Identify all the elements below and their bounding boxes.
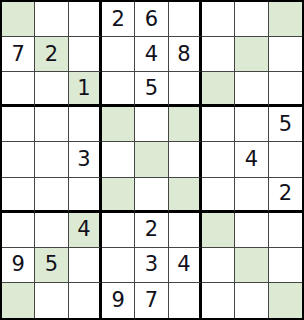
cell-r3c2[interactable] (35, 72, 68, 107)
cell-r9c8[interactable] (235, 283, 268, 318)
cell-r3c4[interactable] (102, 72, 135, 107)
cell-r7c6[interactable] (169, 213, 202, 248)
cell-r5c4[interactable] (102, 142, 135, 177)
cell-r6c8[interactable] (235, 178, 268, 213)
cell-r3c9[interactable] (269, 72, 302, 107)
cell-r5c6[interactable] (169, 142, 202, 177)
cell-r1c3[interactable] (69, 2, 102, 37)
cell-r9c3[interactable] (69, 283, 102, 318)
cell-r2c7[interactable] (202, 37, 235, 72)
cell-r8c5[interactable]: 3 (135, 248, 168, 283)
cell-r7c8[interactable] (235, 213, 268, 248)
cell-r5c2[interactable] (35, 142, 68, 177)
cell-r6c5[interactable] (135, 178, 168, 213)
cell-r3c6[interactable] (169, 72, 202, 107)
cell-r7c7[interactable] (202, 213, 235, 248)
cell-r1c4[interactable]: 2 (102, 2, 135, 37)
cell-r3c8[interactable] (235, 72, 268, 107)
cell-r9c7[interactable] (202, 283, 235, 318)
cell-r9c2[interactable] (35, 283, 68, 318)
cell-r9c5[interactable]: 7 (135, 283, 168, 318)
cell-r8c2[interactable]: 5 (35, 248, 68, 283)
cell-r5c5[interactable] (135, 142, 168, 177)
cell-r2c3[interactable] (69, 37, 102, 72)
cell-r4c4[interactable] (102, 107, 135, 142)
cell-r5c3[interactable]: 3 (69, 142, 102, 177)
cell-r4c7[interactable] (202, 107, 235, 142)
cell-r2c2[interactable]: 2 (35, 37, 68, 72)
cell-r7c4[interactable] (102, 213, 135, 248)
cell-r5c8[interactable]: 4 (235, 142, 268, 177)
cell-r4c2[interactable] (35, 107, 68, 142)
cell-r5c7[interactable] (202, 142, 235, 177)
cell-r9c1[interactable] (2, 283, 35, 318)
cell-r3c5[interactable]: 5 (135, 72, 168, 107)
cell-r7c1[interactable] (2, 213, 35, 248)
cell-r2c5[interactable]: 4 (135, 37, 168, 72)
cell-r7c9[interactable] (269, 213, 302, 248)
cell-r4c9[interactable]: 5 (269, 107, 302, 142)
cell-r2c4[interactable] (102, 37, 135, 72)
cell-r6c4[interactable] (102, 178, 135, 213)
cell-r5c1[interactable] (2, 142, 35, 177)
cell-r8c9[interactable] (269, 248, 302, 283)
cell-r4c5[interactable] (135, 107, 168, 142)
cell-r8c4[interactable] (102, 248, 135, 283)
cell-r4c1[interactable] (2, 107, 35, 142)
cell-r7c3[interactable]: 4 (69, 213, 102, 248)
cell-r2c1[interactable]: 7 (2, 37, 35, 72)
cell-r3c3[interactable]: 1 (69, 72, 102, 107)
cell-r4c8[interactable] (235, 107, 268, 142)
cell-r5c9[interactable] (269, 142, 302, 177)
cell-r1c8[interactable] (235, 2, 268, 37)
cell-r6c7[interactable] (202, 178, 235, 213)
cell-r8c6[interactable]: 4 (169, 248, 202, 283)
cell-r6c3[interactable] (69, 178, 102, 213)
cell-r8c7[interactable] (202, 248, 235, 283)
cell-r4c3[interactable] (69, 107, 102, 142)
cell-r7c5[interactable]: 2 (135, 213, 168, 248)
cell-r3c1[interactable] (2, 72, 35, 107)
cell-r9c9[interactable] (269, 283, 302, 318)
cell-r1c9[interactable] (269, 2, 302, 37)
cell-r2c6[interactable]: 8 (169, 37, 202, 72)
cell-r1c2[interactable] (35, 2, 68, 37)
cell-r8c8[interactable] (235, 248, 268, 283)
cell-r2c9[interactable] (269, 37, 302, 72)
cell-r9c4[interactable]: 9 (102, 283, 135, 318)
cell-r1c1[interactable] (2, 2, 35, 37)
sudoku-board: 26724815534242953497 (0, 0, 304, 320)
cell-r1c5[interactable]: 6 (135, 2, 168, 37)
cell-r6c2[interactable] (35, 178, 68, 213)
cell-r3c7[interactable] (202, 72, 235, 107)
cell-r1c6[interactable] (169, 2, 202, 37)
cell-r1c7[interactable] (202, 2, 235, 37)
cell-r9c6[interactable] (169, 283, 202, 318)
sudoku-puzzle: 26724815534242953497 (0, 0, 304, 320)
cell-r8c1[interactable]: 9 (2, 248, 35, 283)
cell-r6c6[interactable] (169, 178, 202, 213)
cell-r4c6[interactable] (169, 107, 202, 142)
cell-r2c8[interactable] (235, 37, 268, 72)
cell-r7c2[interactable] (35, 213, 68, 248)
cell-r6c9[interactable]: 2 (269, 178, 302, 213)
cell-r6c1[interactable] (2, 178, 35, 213)
cell-r8c3[interactable] (69, 248, 102, 283)
